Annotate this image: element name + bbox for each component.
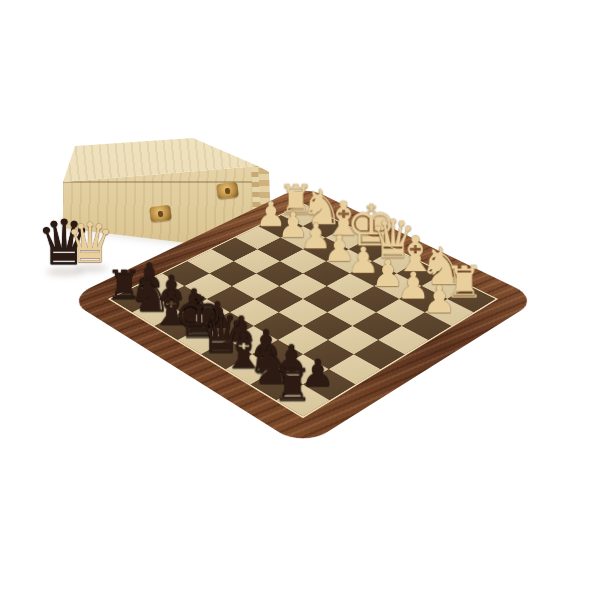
- box-clasp-left: [149, 205, 172, 222]
- dark-rook: ♜: [272, 363, 310, 407]
- light-pawn: ♟: [422, 281, 457, 319]
- product-photo-scene: ♛ ♛ ♜♞♝♚♛♝♞♜♟♟♟♟♟♟♟♟♟♟♟♟♟♟♟♟♜♞♝♚♛♝♞♜: [0, 0, 600, 600]
- box-clasp-right: [216, 182, 239, 199]
